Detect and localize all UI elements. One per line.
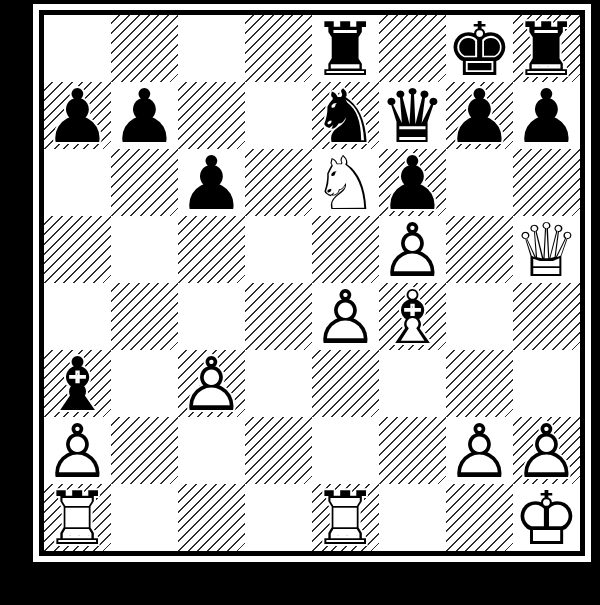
square-c3[interactable]: ♟♙ bbox=[178, 350, 245, 417]
piece-white-pawn[interactable]: ♟♙ bbox=[446, 417, 513, 484]
piece-white-king[interactable]: ♚♔ bbox=[513, 484, 580, 551]
piece-outline-glyph: ♘ bbox=[312, 149, 379, 216]
square-f5[interactable]: ♟♙ bbox=[379, 216, 446, 283]
square-d2[interactable] bbox=[245, 417, 312, 484]
piece-outline-glyph: ♙ bbox=[379, 216, 446, 283]
square-a5[interactable] bbox=[44, 216, 111, 283]
square-g5[interactable] bbox=[446, 216, 513, 283]
square-h5[interactable]: ♛♕ bbox=[513, 216, 580, 283]
square-e7[interactable]: ♞ bbox=[312, 82, 379, 149]
square-d1[interactable] bbox=[245, 484, 312, 551]
piece-black-queen[interactable]: ♛ bbox=[379, 82, 446, 149]
piece-glyph: ♟ bbox=[446, 82, 513, 149]
piece-black-bishop[interactable]: ♝ bbox=[44, 350, 111, 417]
square-c5[interactable] bbox=[178, 216, 245, 283]
square-b3[interactable] bbox=[111, 350, 178, 417]
square-e3[interactable] bbox=[312, 350, 379, 417]
square-g8[interactable]: ♚ bbox=[446, 15, 513, 82]
piece-glyph: ♚ bbox=[446, 15, 513, 82]
piece-white-queen[interactable]: ♛♕ bbox=[513, 216, 580, 283]
square-a4[interactable] bbox=[44, 283, 111, 350]
square-c1[interactable] bbox=[178, 484, 245, 551]
square-d5[interactable] bbox=[245, 216, 312, 283]
square-e2[interactable] bbox=[312, 417, 379, 484]
square-f8[interactable] bbox=[379, 15, 446, 82]
piece-outline-glyph: ♖ bbox=[44, 484, 111, 551]
square-a3[interactable]: ♝ bbox=[44, 350, 111, 417]
piece-glyph: ♛ bbox=[379, 82, 446, 149]
square-g2[interactable]: ♟♙ bbox=[446, 417, 513, 484]
square-a8[interactable] bbox=[44, 15, 111, 82]
square-c8[interactable] bbox=[178, 15, 245, 82]
square-g1[interactable] bbox=[446, 484, 513, 551]
piece-black-pawn[interactable]: ♟ bbox=[44, 82, 111, 149]
piece-black-rook[interactable]: ♜ bbox=[312, 15, 379, 82]
square-b4[interactable] bbox=[111, 283, 178, 350]
square-g3[interactable] bbox=[446, 350, 513, 417]
chess-board: ♜♚♜♟♟♞♛♟♟♟♞♘♟♟♙♛♕♟♙♝♗♝♟♙♟♙♟♙♟♙♜♖♜♖♚♔ bbox=[39, 10, 585, 556]
square-h8[interactable]: ♜ bbox=[513, 15, 580, 82]
piece-glyph: ♜ bbox=[312, 15, 379, 82]
piece-black-pawn[interactable]: ♟ bbox=[379, 149, 446, 216]
piece-white-knight[interactable]: ♞♘ bbox=[312, 149, 379, 216]
piece-outline-glyph: ♙ bbox=[178, 350, 245, 417]
piece-glyph: ♟ bbox=[379, 149, 446, 216]
piece-outline-glyph: ♙ bbox=[513, 417, 580, 484]
square-d7[interactable] bbox=[245, 82, 312, 149]
square-d3[interactable] bbox=[245, 350, 312, 417]
piece-black-pawn[interactable]: ♟ bbox=[513, 82, 580, 149]
square-f4[interactable]: ♝♗ bbox=[379, 283, 446, 350]
square-e5[interactable] bbox=[312, 216, 379, 283]
square-d8[interactable] bbox=[245, 15, 312, 82]
piece-black-rook[interactable]: ♜ bbox=[513, 15, 580, 82]
piece-white-pawn[interactable]: ♟♙ bbox=[513, 417, 580, 484]
piece-outline-glyph: ♕ bbox=[513, 216, 580, 283]
square-g6[interactable] bbox=[446, 149, 513, 216]
piece-glyph: ♟ bbox=[178, 149, 245, 216]
piece-glyph: ♟ bbox=[513, 82, 580, 149]
piece-black-pawn[interactable]: ♟ bbox=[178, 149, 245, 216]
piece-glyph: ♝ bbox=[44, 350, 111, 417]
square-g4[interactable] bbox=[446, 283, 513, 350]
board-panel: ♜♚♜♟♟♞♛♟♟♟♞♘♟♟♙♛♕♟♙♝♗♝♟♙♟♙♟♙♟♙♜♖♜♖♚♔ bbox=[33, 4, 591, 562]
square-c4[interactable] bbox=[178, 283, 245, 350]
square-h4[interactable] bbox=[513, 283, 580, 350]
square-c2[interactable] bbox=[178, 417, 245, 484]
square-e8[interactable]: ♜ bbox=[312, 15, 379, 82]
piece-black-knight[interactable]: ♞ bbox=[312, 82, 379, 149]
piece-glyph: ♟ bbox=[44, 82, 111, 149]
square-e4[interactable]: ♟♙ bbox=[312, 283, 379, 350]
square-f2[interactable] bbox=[379, 417, 446, 484]
square-a1[interactable]: ♜♖ bbox=[44, 484, 111, 551]
square-h6[interactable] bbox=[513, 149, 580, 216]
square-d4[interactable] bbox=[245, 283, 312, 350]
square-a7[interactable]: ♟ bbox=[44, 82, 111, 149]
piece-white-rook[interactable]: ♜♖ bbox=[44, 484, 111, 551]
square-b2[interactable] bbox=[111, 417, 178, 484]
piece-outline-glyph: ♙ bbox=[312, 283, 379, 350]
square-f7[interactable]: ♛ bbox=[379, 82, 446, 149]
square-g7[interactable]: ♟ bbox=[446, 82, 513, 149]
square-b1[interactable] bbox=[111, 484, 178, 551]
piece-outline-glyph: ♗ bbox=[379, 283, 446, 350]
piece-black-king[interactable]: ♚ bbox=[446, 15, 513, 82]
square-b7[interactable]: ♟ bbox=[111, 82, 178, 149]
square-f6[interactable]: ♟ bbox=[379, 149, 446, 216]
piece-glyph: ♟ bbox=[111, 82, 178, 149]
piece-black-pawn[interactable]: ♟ bbox=[111, 82, 178, 149]
piece-white-pawn[interactable]: ♟♙ bbox=[312, 283, 379, 350]
piece-outline-glyph: ♙ bbox=[446, 417, 513, 484]
square-a6[interactable] bbox=[44, 149, 111, 216]
square-h1[interactable]: ♚♔ bbox=[513, 484, 580, 551]
piece-white-bishop[interactable]: ♝♗ bbox=[379, 283, 446, 350]
page-background: ♜♚♜♟♟♞♛♟♟♟♞♘♟♟♙♛♕♟♙♝♗♝♟♙♟♙♟♙♟♙♜♖♜♖♚♔ bbox=[0, 0, 600, 605]
piece-white-pawn[interactable]: ♟♙ bbox=[379, 216, 446, 283]
square-a2[interactable]: ♟♙ bbox=[44, 417, 111, 484]
square-c6[interactable]: ♟ bbox=[178, 149, 245, 216]
square-h3[interactable] bbox=[513, 350, 580, 417]
square-e1[interactable]: ♜♖ bbox=[312, 484, 379, 551]
square-h2[interactable]: ♟♙ bbox=[513, 417, 580, 484]
piece-white-pawn[interactable]: ♟♙ bbox=[44, 417, 111, 484]
piece-black-pawn[interactable]: ♟ bbox=[446, 82, 513, 149]
square-h7[interactable]: ♟ bbox=[513, 82, 580, 149]
square-d6[interactable] bbox=[245, 149, 312, 216]
square-f3[interactable] bbox=[379, 350, 446, 417]
square-c7[interactable] bbox=[178, 82, 245, 149]
square-e6[interactable]: ♞♘ bbox=[312, 149, 379, 216]
piece-glyph: ♜ bbox=[513, 15, 580, 82]
piece-glyph: ♞ bbox=[312, 82, 379, 149]
piece-white-rook[interactable]: ♜♖ bbox=[312, 484, 379, 551]
piece-outline-glyph: ♔ bbox=[513, 484, 580, 551]
square-b6[interactable] bbox=[111, 149, 178, 216]
square-b5[interactable] bbox=[111, 216, 178, 283]
piece-white-pawn[interactable]: ♟♙ bbox=[178, 350, 245, 417]
square-f1[interactable] bbox=[379, 484, 446, 551]
square-b8[interactable] bbox=[111, 15, 178, 82]
piece-outline-glyph: ♖ bbox=[312, 484, 379, 551]
piece-outline-glyph: ♙ bbox=[44, 417, 111, 484]
